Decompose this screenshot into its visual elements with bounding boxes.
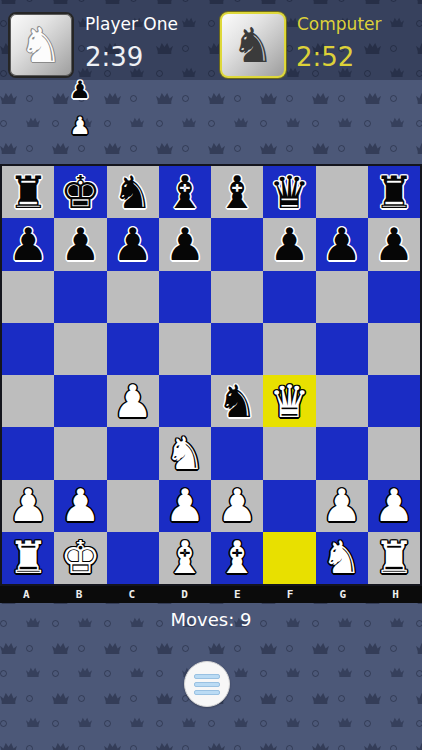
- white-pawn: ♟: [374, 483, 414, 528]
- black-rook: ♜: [374, 170, 414, 215]
- file-label-g: G: [317, 586, 370, 603]
- square-a8[interactable]: ♜: [2, 166, 54, 218]
- square-b3[interactable]: [54, 427, 106, 479]
- square-b1[interactable]: ♚: [54, 532, 106, 584]
- black-knight-icon: ♞: [231, 21, 274, 69]
- square-d2[interactable]: ♟: [159, 480, 211, 532]
- black-pawn: ♟: [165, 222, 205, 267]
- white-pawn: ♟: [8, 483, 48, 528]
- square-c6[interactable]: [107, 271, 159, 323]
- black-bishop: ♝: [217, 170, 257, 215]
- square-f6[interactable]: [263, 271, 315, 323]
- captured-by-player-one: ♟: [66, 78, 94, 102]
- white-pawn: ♟: [217, 483, 257, 528]
- square-e4[interactable]: ♞: [211, 375, 263, 427]
- square-g8[interactable]: [316, 166, 368, 218]
- black-pawn: ♟: [269, 222, 309, 267]
- computer-avatar: ♞: [220, 12, 286, 78]
- square-c5[interactable]: [107, 323, 159, 375]
- white-pawn: ♟: [60, 483, 100, 528]
- black-pawn: ♟: [8, 222, 48, 267]
- square-d6[interactable]: [159, 271, 211, 323]
- menu-button[interactable]: [184, 661, 230, 707]
- file-label-a: A: [0, 586, 53, 603]
- square-h3[interactable]: [368, 427, 420, 479]
- black-pawn: ♟: [60, 222, 100, 267]
- square-e7[interactable]: [211, 218, 263, 270]
- white-rook: ♜: [8, 535, 48, 580]
- black-pawn: ♟: [321, 222, 361, 267]
- black-knight: ♞: [217, 379, 257, 424]
- square-h6[interactable]: [368, 271, 420, 323]
- captured-black-pawn: ♟: [66, 78, 94, 102]
- file-label-h: H: [369, 586, 422, 603]
- file-label-e: E: [211, 586, 264, 603]
- square-f5[interactable]: [263, 323, 315, 375]
- chess-board: ♜♚♞♝♝♛♜♟♟♟♟♟♟♟♟♞♛♞♟♟♟♟♟♟♜♚♝♝♞♜: [0, 164, 422, 586]
- square-f3[interactable]: [263, 427, 315, 479]
- square-d1[interactable]: ♝: [159, 532, 211, 584]
- square-f7[interactable]: ♟: [263, 218, 315, 270]
- white-pawn: ♟: [112, 379, 152, 424]
- white-knight-icon: ♞: [19, 21, 62, 69]
- computer-name: Computer: [297, 14, 382, 34]
- square-a1[interactable]: ♜: [2, 532, 54, 584]
- square-e6[interactable]: [211, 271, 263, 323]
- captured-by-computer: ♟: [66, 114, 94, 138]
- square-e3[interactable]: [211, 427, 263, 479]
- square-a4[interactable]: [2, 375, 54, 427]
- square-h5[interactable]: [368, 323, 420, 375]
- captured-white-pawn: ♟: [66, 114, 94, 138]
- black-pawn: ♟: [112, 222, 152, 267]
- square-c4[interactable]: ♟: [107, 375, 159, 427]
- white-bishop: ♝: [165, 535, 205, 580]
- file-labels-bar: ABCDEFGH: [0, 586, 422, 603]
- file-label-f: F: [264, 586, 317, 603]
- player-one-clock: 2:39: [85, 42, 143, 72]
- white-king: ♚: [60, 535, 100, 580]
- square-d4[interactable]: [159, 375, 211, 427]
- hamburger-icon: [194, 674, 220, 695]
- black-knight: ♞: [112, 170, 152, 215]
- file-label-b: B: [53, 586, 106, 603]
- square-c1[interactable]: [107, 532, 159, 584]
- square-e8[interactable]: ♝: [211, 166, 263, 218]
- square-g4[interactable]: [316, 375, 368, 427]
- black-queen: ♛: [269, 170, 309, 215]
- square-g3[interactable]: [316, 427, 368, 479]
- square-d3[interactable]: ♞: [159, 427, 211, 479]
- moves-counter: Moves: 9: [0, 609, 422, 630]
- black-rook: ♜: [8, 170, 48, 215]
- square-a6[interactable]: [2, 271, 54, 323]
- square-g1[interactable]: ♞: [316, 532, 368, 584]
- square-f1[interactable]: [263, 532, 315, 584]
- square-c7[interactable]: ♟: [107, 218, 159, 270]
- square-f2[interactable]: [263, 480, 315, 532]
- square-f8[interactable]: ♛: [263, 166, 315, 218]
- square-d8[interactable]: ♝: [159, 166, 211, 218]
- file-label-d: D: [158, 586, 211, 603]
- square-h8[interactable]: ♜: [368, 166, 420, 218]
- black-pawn: ♟: [374, 222, 414, 267]
- square-a2[interactable]: ♟: [2, 480, 54, 532]
- player-one-avatar: ♞: [8, 12, 74, 78]
- square-b4[interactable]: [54, 375, 106, 427]
- player-one-name: Player One: [85, 14, 178, 34]
- square-e1[interactable]: ♝: [211, 532, 263, 584]
- square-a3[interactable]: [2, 427, 54, 479]
- computer-clock: 2:52: [296, 42, 354, 72]
- square-e5[interactable]: [211, 323, 263, 375]
- square-b5[interactable]: [54, 323, 106, 375]
- white-pawn: ♟: [321, 483, 361, 528]
- square-h7[interactable]: ♟: [368, 218, 420, 270]
- square-h4[interactable]: [368, 375, 420, 427]
- square-h1[interactable]: ♜: [368, 532, 420, 584]
- square-a5[interactable]: [2, 323, 54, 375]
- square-d5[interactable]: [159, 323, 211, 375]
- white-knight: ♞: [321, 535, 361, 580]
- square-b6[interactable]: [54, 271, 106, 323]
- square-g7[interactable]: ♟: [316, 218, 368, 270]
- square-c8[interactable]: ♞: [107, 166, 159, 218]
- square-b8[interactable]: ♚: [54, 166, 106, 218]
- black-bishop: ♝: [165, 170, 205, 215]
- square-g2[interactable]: ♟: [316, 480, 368, 532]
- square-c3[interactable]: [107, 427, 159, 479]
- square-f4[interactable]: ♛: [263, 375, 315, 427]
- square-c2[interactable]: [107, 480, 159, 532]
- square-h2[interactable]: ♟: [368, 480, 420, 532]
- square-b7[interactable]: ♟: [54, 218, 106, 270]
- white-rook: ♜: [374, 535, 414, 580]
- black-king: ♚: [60, 170, 100, 215]
- white-queen: ♛: [269, 379, 309, 424]
- square-a7[interactable]: ♟: [2, 218, 54, 270]
- square-g6[interactable]: [316, 271, 368, 323]
- white-pawn: ♟: [165, 483, 205, 528]
- white-bishop: ♝: [217, 535, 257, 580]
- file-label-c: C: [106, 586, 159, 603]
- square-g5[interactable]: [316, 323, 368, 375]
- square-d7[interactable]: ♟: [159, 218, 211, 270]
- white-knight: ♞: [165, 431, 205, 476]
- square-b2[interactable]: ♟: [54, 480, 106, 532]
- square-e2[interactable]: ♟: [211, 480, 263, 532]
